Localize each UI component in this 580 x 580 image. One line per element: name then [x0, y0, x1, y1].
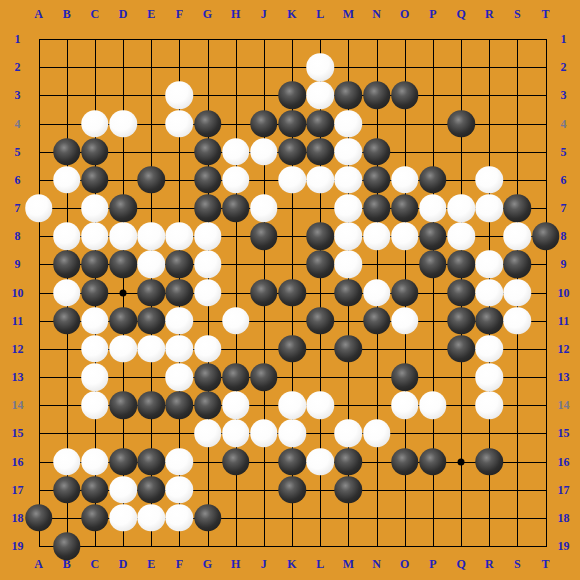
row-label-left-11: 11 [12, 315, 23, 327]
black-stone-B5[interactable] [53, 138, 81, 166]
black-stone-S7[interactable] [504, 194, 532, 222]
row-label-left-18: 18 [12, 512, 24, 524]
white-stone-F18[interactable] [166, 504, 194, 532]
star-point [120, 289, 127, 296]
row-label-left-16: 16 [12, 456, 24, 468]
row-label-left-6: 6 [15, 174, 21, 186]
column-label-top-L: L [316, 8, 324, 20]
white-stone-Q8[interactable] [447, 222, 475, 250]
white-stone-H15[interactable] [222, 420, 250, 448]
black-stone-P9[interactable] [419, 251, 447, 279]
column-label-top-H: H [231, 8, 240, 20]
black-stone-F14[interactable] [166, 391, 194, 419]
black-stone-Q4[interactable] [447, 110, 475, 138]
column-label-bottom-A: A [34, 558, 43, 570]
white-stone-F13[interactable] [166, 363, 194, 391]
column-label-bottom-C: C [90, 558, 99, 570]
black-stone-F10[interactable] [166, 279, 194, 307]
white-stone-G15[interactable] [194, 420, 222, 448]
black-stone-J4[interactable] [250, 110, 278, 138]
black-stone-K5[interactable] [278, 138, 306, 166]
white-stone-B10[interactable] [53, 279, 81, 307]
column-label-top-E: E [147, 8, 155, 20]
column-label-bottom-J: J [261, 558, 267, 570]
row-label-right-6: 6 [561, 174, 567, 186]
white-stone-C4[interactable] [81, 110, 109, 138]
black-stone-N6[interactable] [363, 166, 391, 194]
black-stone-M16[interactable] [335, 448, 363, 476]
white-stone-L14[interactable] [306, 391, 334, 419]
black-stone-L11[interactable] [306, 307, 334, 335]
black-stone-D7[interactable] [109, 194, 137, 222]
row-label-right-13: 13 [558, 371, 570, 383]
black-stone-K16[interactable] [278, 448, 306, 476]
white-stone-D17[interactable] [109, 476, 137, 504]
black-stone-P6[interactable] [419, 166, 447, 194]
black-stone-J13[interactable] [250, 363, 278, 391]
column-label-top-P: P [429, 8, 436, 20]
white-stone-G8[interactable] [194, 222, 222, 250]
black-stone-G13[interactable] [194, 363, 222, 391]
column-label-top-K: K [287, 8, 296, 20]
black-stone-E14[interactable] [137, 391, 165, 419]
white-stone-N10[interactable] [363, 279, 391, 307]
black-stone-D16[interactable] [109, 448, 137, 476]
row-label-left-9: 9 [15, 258, 21, 270]
black-stone-M17[interactable] [335, 476, 363, 504]
white-stone-J5[interactable] [250, 138, 278, 166]
column-label-bottom-K: K [287, 558, 296, 570]
black-stone-T8[interactable] [532, 222, 560, 250]
white-stone-R14[interactable] [475, 391, 503, 419]
white-stone-J15[interactable] [250, 420, 278, 448]
black-stone-N7[interactable] [363, 194, 391, 222]
white-stone-C8[interactable] [81, 222, 109, 250]
white-stone-F8[interactable] [166, 222, 194, 250]
white-stone-S8[interactable] [504, 222, 532, 250]
white-stone-R10[interactable] [475, 279, 503, 307]
black-stone-O7[interactable] [391, 194, 419, 222]
white-stone-K14[interactable] [278, 391, 306, 419]
white-stone-L3[interactable] [306, 82, 334, 110]
black-stone-L5[interactable] [306, 138, 334, 166]
row-label-left-8: 8 [15, 230, 21, 242]
column-label-top-A: A [34, 8, 43, 20]
black-stone-C9[interactable] [81, 251, 109, 279]
black-stone-P16[interactable] [419, 448, 447, 476]
row-label-left-1: 1 [15, 33, 21, 45]
white-stone-C16[interactable] [81, 448, 109, 476]
black-stone-M12[interactable] [335, 335, 363, 363]
white-stone-S11[interactable] [504, 307, 532, 335]
white-stone-C12[interactable] [81, 335, 109, 363]
row-label-left-13: 13 [12, 371, 24, 383]
white-stone-M5[interactable] [335, 138, 363, 166]
row-label-right-17: 17 [558, 484, 570, 496]
row-label-right-5: 5 [561, 146, 567, 158]
row-label-left-19: 19 [12, 540, 24, 552]
black-stone-G7[interactable] [194, 194, 222, 222]
black-stone-A18[interactable] [25, 504, 53, 532]
white-stone-D18[interactable] [109, 504, 137, 532]
column-label-bottom-E: E [147, 558, 155, 570]
white-stone-F16[interactable] [166, 448, 194, 476]
white-stone-E12[interactable] [137, 335, 165, 363]
row-label-right-8: 8 [561, 230, 567, 242]
black-stone-G4[interactable] [194, 110, 222, 138]
white-stone-P14[interactable] [419, 391, 447, 419]
white-stone-M15[interactable] [335, 420, 363, 448]
row-label-right-7: 7 [561, 202, 567, 214]
row-label-right-9: 9 [561, 258, 567, 270]
black-stone-O13[interactable] [391, 363, 419, 391]
black-stone-O10[interactable] [391, 279, 419, 307]
white-stone-B8[interactable] [53, 222, 81, 250]
row-label-left-5: 5 [15, 146, 21, 158]
row-label-right-18: 18 [558, 512, 570, 524]
white-stone-F17[interactable] [166, 476, 194, 504]
white-stone-O14[interactable] [391, 391, 419, 419]
black-stone-K3[interactable] [278, 82, 306, 110]
black-stone-C5[interactable] [81, 138, 109, 166]
black-stone-E10[interactable] [137, 279, 165, 307]
column-label-top-D: D [119, 8, 128, 20]
white-stone-C11[interactable] [81, 307, 109, 335]
black-stone-K17[interactable] [278, 476, 306, 504]
column-label-bottom-M: M [343, 558, 354, 570]
column-label-bottom-G: G [203, 558, 212, 570]
row-label-left-10: 10 [12, 287, 24, 299]
column-label-bottom-Q: Q [456, 558, 465, 570]
black-stone-K12[interactable] [278, 335, 306, 363]
white-stone-R12[interactable] [475, 335, 503, 363]
white-stone-F4[interactable] [166, 110, 194, 138]
row-label-right-3: 3 [561, 89, 567, 101]
black-stone-D9[interactable] [109, 251, 137, 279]
row-label-right-14: 14 [558, 399, 570, 411]
column-label-top-Q: Q [456, 8, 465, 20]
white-stone-L6[interactable] [306, 166, 334, 194]
black-stone-O16[interactable] [391, 448, 419, 476]
row-label-right-2: 2 [561, 61, 567, 73]
white-stone-M9[interactable] [335, 251, 363, 279]
black-stone-N3[interactable] [363, 82, 391, 110]
black-stone-Q9[interactable] [447, 251, 475, 279]
black-stone-K10[interactable] [278, 279, 306, 307]
black-stone-P8[interactable] [419, 222, 447, 250]
white-stone-R6[interactable] [475, 166, 503, 194]
black-stone-D14[interactable] [109, 391, 137, 419]
row-label-left-4: 4 [15, 118, 21, 130]
grid-line-horizontal [39, 546, 547, 547]
black-stone-M3[interactable] [335, 82, 363, 110]
row-label-left-17: 17 [12, 484, 24, 496]
white-stone-D12[interactable] [109, 335, 137, 363]
white-stone-J7[interactable] [250, 194, 278, 222]
black-stone-F9[interactable] [166, 251, 194, 279]
star-point [458, 458, 465, 465]
white-stone-E18[interactable] [137, 504, 165, 532]
column-label-bottom-N: N [372, 558, 381, 570]
white-stone-F11[interactable] [166, 307, 194, 335]
white-stone-H6[interactable] [222, 166, 250, 194]
black-stone-C6[interactable] [81, 166, 109, 194]
black-stone-G14[interactable] [194, 391, 222, 419]
black-stone-Q12[interactable] [447, 335, 475, 363]
white-stone-S10[interactable] [504, 279, 532, 307]
column-label-bottom-B: B [63, 558, 71, 570]
black-stone-B9[interactable] [53, 251, 81, 279]
white-stone-M6[interactable] [335, 166, 363, 194]
white-stone-C13[interactable] [81, 363, 109, 391]
white-stone-R13[interactable] [475, 363, 503, 391]
black-stone-R16[interactable] [475, 448, 503, 476]
white-stone-O11[interactable] [391, 307, 419, 335]
black-stone-K4[interactable] [278, 110, 306, 138]
black-stone-N5[interactable] [363, 138, 391, 166]
grid-line-horizontal [39, 377, 547, 378]
white-stone-L2[interactable] [306, 53, 334, 81]
row-label-right-15: 15 [558, 427, 570, 439]
column-label-top-O: O [400, 8, 409, 20]
black-stone-E6[interactable] [137, 166, 165, 194]
column-label-top-N: N [372, 8, 381, 20]
white-stone-C14[interactable] [81, 391, 109, 419]
black-stone-C17[interactable] [81, 476, 109, 504]
black-stone-H13[interactable] [222, 363, 250, 391]
white-stone-F12[interactable] [166, 335, 194, 363]
black-stone-G6[interactable] [194, 166, 222, 194]
row-label-left-15: 15 [12, 427, 24, 439]
column-label-top-G: G [203, 8, 212, 20]
column-label-top-C: C [90, 8, 99, 20]
black-stone-L4[interactable] [306, 110, 334, 138]
grid-line-vertical [546, 39, 547, 547]
black-stone-L8[interactable] [306, 222, 334, 250]
white-stone-H14[interactable] [222, 391, 250, 419]
black-stone-S9[interactable] [504, 251, 532, 279]
row-label-right-11: 11 [558, 315, 569, 327]
white-stone-P7[interactable] [419, 194, 447, 222]
black-stone-H7[interactable] [222, 194, 250, 222]
column-label-bottom-P: P [429, 558, 436, 570]
row-label-right-12: 12 [558, 343, 570, 355]
row-label-right-1: 1 [561, 33, 567, 45]
white-stone-G10[interactable] [194, 279, 222, 307]
black-stone-E17[interactable] [137, 476, 165, 504]
black-stone-E16[interactable] [137, 448, 165, 476]
column-label-bottom-R: R [485, 558, 494, 570]
white-stone-M8[interactable] [335, 222, 363, 250]
white-stone-G12[interactable] [194, 335, 222, 363]
black-stone-Q11[interactable] [447, 307, 475, 335]
column-label-bottom-D: D [119, 558, 128, 570]
black-stone-G18[interactable] [194, 504, 222, 532]
white-stone-N15[interactable] [363, 420, 391, 448]
column-label-bottom-T: T [542, 558, 550, 570]
white-stone-B6[interactable] [53, 166, 81, 194]
column-label-bottom-F: F [176, 558, 183, 570]
column-label-top-F: F [176, 8, 183, 20]
white-stone-H5[interactable] [222, 138, 250, 166]
row-label-right-10: 10 [558, 287, 570, 299]
black-stone-C18[interactable] [81, 504, 109, 532]
row-label-right-4: 4 [561, 118, 567, 130]
white-stone-M4[interactable] [335, 110, 363, 138]
row-label-right-16: 16 [558, 456, 570, 468]
row-label-left-7: 7 [15, 202, 21, 214]
column-label-bottom-H: H [231, 558, 240, 570]
row-label-right-19: 19 [558, 540, 570, 552]
white-stone-H11[interactable] [222, 307, 250, 335]
white-stone-G9[interactable] [194, 251, 222, 279]
black-stone-J10[interactable] [250, 279, 278, 307]
go-board-app: AABBCCDDEEFFGGHHJJKKLLMMNNOOPPQQRRSSTT11… [0, 0, 580, 580]
white-stone-R7[interactable] [475, 194, 503, 222]
column-label-bottom-O: O [400, 558, 409, 570]
row-label-left-12: 12 [12, 343, 24, 355]
white-stone-E9[interactable] [137, 251, 165, 279]
white-stone-O6[interactable] [391, 166, 419, 194]
black-stone-Q10[interactable] [447, 279, 475, 307]
row-label-left-3: 3 [15, 89, 21, 101]
black-stone-N11[interactable] [363, 307, 391, 335]
white-stone-N8[interactable] [363, 222, 391, 250]
column-label-bottom-L: L [316, 558, 324, 570]
row-label-left-14: 14 [12, 399, 24, 411]
black-stone-E11[interactable] [137, 307, 165, 335]
white-stone-C7[interactable] [81, 194, 109, 222]
column-label-top-S: S [514, 8, 521, 20]
white-stone-E8[interactable] [137, 222, 165, 250]
black-stone-H16[interactable] [222, 448, 250, 476]
black-stone-C10[interactable] [81, 279, 109, 307]
column-label-bottom-S: S [514, 558, 521, 570]
white-stone-R9[interactable] [475, 251, 503, 279]
black-stone-B11[interactable] [53, 307, 81, 335]
column-label-top-J: J [261, 8, 267, 20]
white-stone-Q7[interactable] [447, 194, 475, 222]
column-label-top-M: M [343, 8, 354, 20]
white-stone-K6[interactable] [278, 166, 306, 194]
white-stone-K15[interactable] [278, 420, 306, 448]
black-stone-B17[interactable] [53, 476, 81, 504]
black-stone-L9[interactable] [306, 251, 334, 279]
row-label-left-2: 2 [15, 61, 21, 73]
white-stone-M7[interactable] [335, 194, 363, 222]
column-label-top-R: R [485, 8, 494, 20]
column-label-top-T: T [542, 8, 550, 20]
black-stone-G5[interactable] [194, 138, 222, 166]
white-stone-D4[interactable] [109, 110, 137, 138]
column-label-top-B: B [63, 8, 71, 20]
black-stone-R11[interactable] [475, 307, 503, 335]
black-stone-D11[interactable] [109, 307, 137, 335]
black-stone-O3[interactable] [391, 82, 419, 110]
white-stone-L16[interactable] [306, 448, 334, 476]
white-stone-B16[interactable] [53, 448, 81, 476]
white-stone-D8[interactable] [109, 222, 137, 250]
white-stone-A7[interactable] [25, 194, 53, 222]
black-stone-J8[interactable] [250, 222, 278, 250]
white-stone-F3[interactable] [166, 82, 194, 110]
black-stone-M10[interactable] [335, 279, 363, 307]
white-stone-O8[interactable] [391, 222, 419, 250]
